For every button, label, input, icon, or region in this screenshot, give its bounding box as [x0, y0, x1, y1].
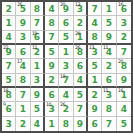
cell-r8c3[interactable]: 5	[31, 102, 45, 116]
cell-r6c5[interactable]: 187	[59, 74, 73, 88]
cell-r8c2[interactable]: 1	[16, 102, 30, 116]
cell-value: 6	[63, 19, 69, 28]
cell-value: 5	[6, 76, 12, 85]
cell-r8c7[interactable]: 9	[88, 102, 102, 116]
cage-sum-label: 11	[103, 88, 108, 93]
cell-value: 7	[6, 62, 12, 71]
cell-r5c3[interactable]: 1	[31, 59, 45, 73]
cell-value: 1	[106, 5, 112, 14]
cell-r5c7[interactable]: 5	[88, 59, 102, 73]
cage-sum-label: 26	[75, 45, 80, 50]
cell-value: 5	[77, 91, 83, 100]
cell-value: 1	[6, 19, 12, 28]
cell-r7c1[interactable]: 188	[2, 88, 16, 102]
cell-value: 5	[106, 19, 112, 28]
cell-r1c6[interactable]: 133	[74, 2, 88, 16]
cell-r5c8[interactable]: 2	[102, 59, 116, 73]
cell-r7c5[interactable]: 4	[59, 88, 73, 102]
cage-sum-label: 20	[75, 31, 80, 36]
cell-r4c9[interactable]: 7	[117, 45, 131, 59]
cell-r7c7[interactable]: 2	[88, 88, 102, 102]
cage-sum-label: 13	[89, 45, 94, 50]
cell-r5c6[interactable]: 6	[74, 59, 88, 73]
cell-r3c6[interactable]: 201	[74, 31, 88, 45]
cell-r1c7[interactable]: 7	[88, 2, 102, 16]
cell-r1c5[interactable]: 209	[59, 2, 73, 16]
cell-r2c8[interactable]: 5	[102, 16, 116, 30]
cage-sum-label: 16	[118, 88, 123, 93]
cell-value: 4	[121, 105, 127, 114]
cell-r3c4[interactable]: 7	[45, 31, 59, 45]
cell-value: 6	[92, 120, 98, 129]
cell-value: 2	[49, 76, 55, 85]
cell-r4c2[interactable]: 6	[16, 45, 30, 59]
cell-r8c6[interactable]: 7	[74, 102, 88, 116]
cell-r7c9[interactable]: 161	[117, 88, 131, 102]
cell-value: 8	[106, 105, 112, 114]
cell-value: 4	[77, 76, 83, 85]
cell-r2c9[interactable]: 3	[117, 16, 131, 30]
cell-r6c1[interactable]: 5	[2, 74, 16, 88]
cage-sum-label: 10	[46, 102, 51, 107]
cell-r6c2[interactable]: 8	[16, 74, 30, 88]
cell-value: 3	[63, 62, 69, 71]
cell-r9c5[interactable]: 8	[59, 117, 73, 131]
cell-r5c5[interactable]: 3	[59, 59, 73, 73]
cell-value: 7	[77, 105, 83, 114]
cage-sum-label: 18	[60, 74, 65, 79]
cell-r1c4[interactable]: 4	[45, 2, 59, 16]
cell-value: 9	[106, 33, 112, 42]
cell-value: 2	[6, 5, 12, 14]
cell-r3c5[interactable]: 5	[59, 31, 73, 45]
cell-r9c3[interactable]: 4	[31, 117, 45, 131]
cell-r8c9[interactable]: 4	[117, 102, 131, 116]
cell-value: 6	[49, 91, 55, 100]
cell-r9c1[interactable]: 3	[2, 117, 16, 131]
cell-r7c4[interactable]: 6	[45, 88, 59, 102]
cell-r6c6[interactable]: 4	[74, 74, 88, 88]
cell-value: 9	[20, 19, 26, 28]
cell-r3c7[interactable]: 8	[88, 31, 102, 45]
cell-r3c2[interactable]: 3	[16, 31, 30, 45]
cell-value: 2	[20, 120, 26, 129]
cell-value: 9	[92, 105, 98, 114]
cage-sum-label: 26	[17, 2, 22, 7]
cell-value: 8	[49, 19, 55, 28]
cell-r6c8[interactable]: 6	[102, 74, 116, 88]
cell-value: 4	[63, 91, 69, 100]
cell-r3c8[interactable]: 9	[102, 31, 116, 45]
cell-r2c1[interactable]: 1	[2, 16, 16, 30]
cell-r9c6[interactable]: 9	[74, 117, 88, 131]
cell-r2c3[interactable]: 7	[31, 16, 45, 30]
cell-r2c6[interactable]: 2	[74, 16, 88, 30]
cell-value: 1	[34, 62, 40, 71]
cell-value: 5	[63, 33, 69, 42]
cell-value: 1	[49, 120, 55, 129]
cell-value: 2	[106, 62, 112, 71]
cell-r8c4[interactable]: 103	[45, 102, 59, 116]
cage-sum-label: 20	[118, 59, 123, 64]
cell-value: 9	[77, 120, 83, 129]
cage-sum-label: 22	[3, 45, 8, 50]
cell-r7c3[interactable]: 9	[31, 88, 45, 102]
cage-sum-label: 11	[32, 45, 37, 50]
cell-r4c1[interactable]: 229	[2, 45, 16, 59]
cell-r2c2[interactable]: 9	[16, 16, 30, 30]
cell-value: 3	[34, 76, 40, 85]
cell-r7c2[interactable]: 7	[16, 88, 30, 102]
cell-r4c5[interactable]: 1	[59, 45, 73, 59]
cell-r4c3[interactable]: 112	[31, 45, 45, 59]
cell-r5c4[interactable]: 9	[45, 59, 59, 73]
cell-r3c1[interactable]: 4	[2, 31, 16, 45]
cell-r1c2[interactable]: 265	[16, 2, 30, 16]
cell-value: 7	[20, 91, 26, 100]
cell-value: 9	[49, 62, 55, 71]
cell-r1c1[interactable]: 2	[2, 2, 16, 16]
cell-r6c7[interactable]: 1	[88, 74, 102, 88]
cell-value: 9	[34, 91, 40, 100]
cell-value: 7	[106, 120, 112, 129]
cage-sum-label: 16	[118, 2, 123, 7]
cell-r1c9[interactable]: 166	[117, 2, 131, 16]
cell-value: 3	[20, 33, 26, 42]
cell-r4c4[interactable]: 5	[45, 45, 59, 59]
cell-value: 6	[6, 105, 12, 114]
cage-sum-label: 11	[103, 45, 108, 50]
cell-value: 5	[121, 120, 127, 129]
cell-r2c7[interactable]: 4	[88, 16, 102, 30]
cage-sum-label: 26	[60, 102, 65, 107]
cell-value: 2	[77, 19, 83, 28]
cell-value: 5	[34, 105, 40, 114]
cell-value: 2	[121, 33, 127, 42]
cell-r7c6[interactable]: 5	[74, 88, 88, 102]
cell-value: 4	[49, 5, 55, 14]
cell-value: 6	[77, 62, 83, 71]
cell-r9c2[interactable]: 2	[16, 117, 30, 131]
cell-r7c8[interactable]: 113	[102, 88, 116, 102]
cell-r8c5[interactable]: 262	[59, 102, 73, 116]
cell-value: 6	[106, 76, 112, 85]
cage-sum-label: 13	[75, 2, 80, 7]
cell-r4c6[interactable]: 268	[74, 45, 88, 59]
cell-value: 1	[63, 48, 69, 57]
cell-value: 8	[20, 76, 26, 85]
cell-value: 7	[34, 19, 40, 28]
cell-r1c8[interactable]: 1	[102, 2, 116, 16]
cell-value: 5	[49, 48, 55, 57]
cell-value: 7	[121, 48, 127, 57]
cell-r8c8[interactable]: 8	[102, 102, 116, 116]
cell-r1c3[interactable]: 8	[31, 2, 45, 16]
cell-value: 4	[34, 120, 40, 129]
sudoku-board: 2265842091337116619786245343196752018922…	[0, 0, 133, 133]
cell-r3c9[interactable]: 2	[117, 31, 131, 45]
cell-value: 4	[6, 33, 12, 42]
cell-value: 8	[63, 120, 69, 129]
cell-value: 8	[92, 33, 98, 42]
cell-value: 6	[20, 48, 26, 57]
cell-value: 3	[121, 19, 127, 28]
cell-value: 4	[92, 19, 98, 28]
cell-r2c5[interactable]: 6	[59, 16, 73, 30]
cage-sum-label: 18	[3, 88, 8, 93]
cage-sum-label: 9	[3, 102, 6, 107]
cell-value: 7	[49, 33, 55, 42]
cell-r8c1[interactable]: 96	[2, 102, 16, 116]
cell-value: 2	[92, 91, 98, 100]
cell-r5c2[interactable]: 174	[16, 59, 30, 73]
cell-value: 7	[92, 5, 98, 14]
cell-value: 8	[34, 5, 40, 14]
cell-r5c9[interactable]: 208	[117, 59, 131, 73]
cell-r4c7[interactable]: 133	[88, 45, 102, 59]
cell-r9c8[interactable]: 7	[102, 117, 116, 131]
cell-value: 9	[121, 76, 127, 85]
cell-r4c8[interactable]: 114	[102, 45, 116, 59]
cell-r9c4[interactable]: 1	[45, 117, 59, 131]
cell-value: 1	[20, 105, 26, 114]
cell-r6c9[interactable]: 9	[117, 74, 131, 88]
cell-value: 5	[92, 62, 98, 71]
cage-sum-label: 20	[60, 2, 65, 7]
cage-sum-label: 19	[32, 31, 37, 36]
cell-r9c9[interactable]: 5	[117, 117, 131, 131]
cell-r5c1[interactable]: 7	[2, 59, 16, 73]
cell-r6c4[interactable]: 2	[45, 74, 59, 88]
cell-r3c3[interactable]: 196	[31, 31, 45, 45]
cell-value: 1	[92, 76, 98, 85]
cell-value: 3	[6, 120, 12, 129]
cell-r2c4[interactable]: 8	[45, 16, 59, 30]
cell-r9c7[interactable]: 6	[88, 117, 102, 131]
cage-sum-label: 17	[17, 59, 22, 64]
cell-r6c3[interactable]: 3	[31, 74, 45, 88]
